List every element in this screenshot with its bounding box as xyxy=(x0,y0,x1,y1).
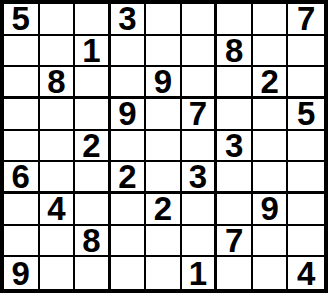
cell-r9c7-empty[interactable] xyxy=(217,257,253,289)
cell-r1c5-empty[interactable] xyxy=(146,4,182,36)
cell-r2c4-empty[interactable] xyxy=(111,36,147,68)
cell-r3c5-given[interactable]: 9 xyxy=(146,67,182,99)
cell-r4c5-empty[interactable] xyxy=(146,99,182,131)
cell-r5c1-empty[interactable] xyxy=(4,131,40,163)
cell-r8c1-empty[interactable] xyxy=(4,226,40,258)
cell-r1c6-empty[interactable] xyxy=(182,4,218,36)
cell-r3c1-empty[interactable] xyxy=(4,67,40,99)
cell-r4c7-empty[interactable] xyxy=(217,99,253,131)
cell-r2c6-empty[interactable] xyxy=(182,36,218,68)
cell-r9c4-empty[interactable] xyxy=(111,257,147,289)
cell-r9c6-given[interactable]: 1 xyxy=(182,257,218,289)
cell-r6c5-empty[interactable] xyxy=(146,162,182,194)
cell-r1c4-given[interactable]: 3 xyxy=(111,4,147,36)
cell-r2c8-empty[interactable] xyxy=(253,36,289,68)
cell-r7c1-empty[interactable] xyxy=(4,194,40,226)
cell-r4c4-given[interactable]: 9 xyxy=(111,99,147,131)
cell-r7c2-given[interactable]: 4 xyxy=(40,194,76,226)
cell-r4c9-given[interactable]: 5 xyxy=(288,99,324,131)
cell-r5c6-empty[interactable] xyxy=(182,131,218,163)
cell-r2c5-empty[interactable] xyxy=(146,36,182,68)
cell-r3c4-empty[interactable] xyxy=(111,67,147,99)
cell-r1c2-empty[interactable] xyxy=(40,4,76,36)
cell-r4c6-given[interactable]: 7 xyxy=(182,99,218,131)
cell-r5c5-empty[interactable] xyxy=(146,131,182,163)
cell-r6c8-empty[interactable] xyxy=(253,162,289,194)
cell-r6c2-empty[interactable] xyxy=(40,162,76,194)
cell-r3c2-given[interactable]: 8 xyxy=(40,67,76,99)
cell-r6c4-given[interactable]: 2 xyxy=(111,162,147,194)
cell-r3c8-given[interactable]: 2 xyxy=(253,67,289,99)
cell-r2c2-empty[interactable] xyxy=(40,36,76,68)
cell-r7c4-empty[interactable] xyxy=(111,194,147,226)
cell-r7c3-empty[interactable] xyxy=(75,194,111,226)
cell-r9c5-empty[interactable] xyxy=(146,257,182,289)
cell-r2c7-given[interactable]: 8 xyxy=(217,36,253,68)
cell-r8c3-given[interactable]: 8 xyxy=(75,226,111,258)
cell-r8c5-empty[interactable] xyxy=(146,226,182,258)
cell-r5c4-empty[interactable] xyxy=(111,131,147,163)
cell-r3c9-empty[interactable] xyxy=(288,67,324,99)
cell-r6c3-empty[interactable] xyxy=(75,162,111,194)
cell-r9c2-empty[interactable] xyxy=(40,257,76,289)
cell-r8c4-empty[interactable] xyxy=(111,226,147,258)
cell-r9c3-empty[interactable] xyxy=(75,257,111,289)
cell-r4c1-empty[interactable] xyxy=(4,99,40,131)
cell-r1c8-empty[interactable] xyxy=(253,4,289,36)
cell-r6c1-given[interactable]: 6 xyxy=(4,162,40,194)
cell-r4c3-empty[interactable] xyxy=(75,99,111,131)
cell-r2c1-empty[interactable] xyxy=(4,36,40,68)
cell-r8c9-empty[interactable] xyxy=(288,226,324,258)
cell-r6c9-empty[interactable] xyxy=(288,162,324,194)
cell-r7c7-empty[interactable] xyxy=(217,194,253,226)
cell-r7c5-given[interactable]: 2 xyxy=(146,194,182,226)
cell-r3c3-empty[interactable] xyxy=(75,67,111,99)
cell-r7c6-empty[interactable] xyxy=(182,194,218,226)
cell-r1c7-empty[interactable] xyxy=(217,4,253,36)
cell-r5c8-empty[interactable] xyxy=(253,131,289,163)
sudoku-puzzle: 537188929752362342987914 xyxy=(0,0,328,293)
cell-r3c6-empty[interactable] xyxy=(182,67,218,99)
cell-r2c9-empty[interactable] xyxy=(288,36,324,68)
cell-r9c1-given[interactable]: 9 xyxy=(4,257,40,289)
cell-r5c3-given[interactable]: 2 xyxy=(75,131,111,163)
cell-r7c8-given[interactable]: 9 xyxy=(253,194,289,226)
cell-r5c9-empty[interactable] xyxy=(288,131,324,163)
cell-r6c6-given[interactable]: 3 xyxy=(182,162,218,194)
cell-r3c7-empty[interactable] xyxy=(217,67,253,99)
cell-r8c6-empty[interactable] xyxy=(182,226,218,258)
cell-r1c3-empty[interactable] xyxy=(75,4,111,36)
cell-r5c2-empty[interactable] xyxy=(40,131,76,163)
cell-r9c8-empty[interactable] xyxy=(253,257,289,289)
cell-r8c8-empty[interactable] xyxy=(253,226,289,258)
cell-r7c9-empty[interactable] xyxy=(288,194,324,226)
cell-r5c7-given[interactable]: 3 xyxy=(217,131,253,163)
cell-r8c2-empty[interactable] xyxy=(40,226,76,258)
cell-r6c7-empty[interactable] xyxy=(217,162,253,194)
sudoku-board: 537188929752362342987914 xyxy=(0,0,328,293)
cell-r4c2-empty[interactable] xyxy=(40,99,76,131)
cell-r1c9-given[interactable]: 7 xyxy=(288,4,324,36)
cell-r8c7-given[interactable]: 7 xyxy=(217,226,253,258)
cell-r9c9-given[interactable]: 4 xyxy=(288,257,324,289)
cell-r2c3-given[interactable]: 1 xyxy=(75,36,111,68)
cell-r1c1-given[interactable]: 5 xyxy=(4,4,40,36)
cell-r4c8-empty[interactable] xyxy=(253,99,289,131)
